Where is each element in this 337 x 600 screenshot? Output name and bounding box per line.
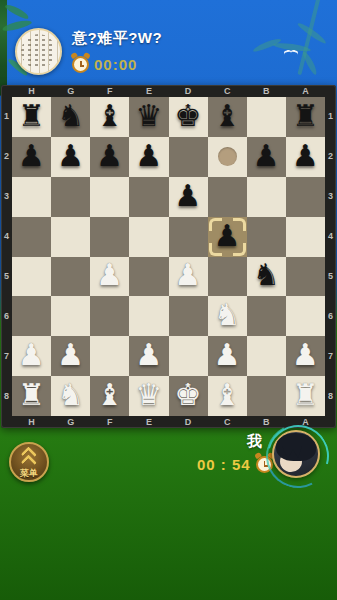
square-D1[interactable]: ♚ (169, 97, 208, 137)
square-E1[interactable]: ♛ (129, 97, 168, 137)
square-H3[interactable] (12, 177, 51, 217)
square-H1[interactable]: ♜ (12, 97, 51, 137)
square-G3[interactable] (51, 177, 90, 217)
piece-bB: ♝ (96, 101, 123, 131)
alarm-clock-icon (72, 56, 89, 73)
square-F4[interactable] (90, 217, 129, 257)
square-C7[interactable]: ♟ (208, 336, 247, 376)
piece-bP: ♟ (175, 181, 202, 211)
square-B8[interactable] (247, 376, 286, 416)
square-B5[interactable]: ♞ (247, 257, 286, 297)
square-C5[interactable] (208, 257, 247, 297)
square-C4[interactable]: ♟ (208, 217, 247, 257)
rank-label-left-3: 3 (1, 177, 12, 217)
square-A1[interactable]: ♜ (286, 97, 325, 137)
rank-label-right-4: 4 (325, 217, 336, 257)
square-E5[interactable] (129, 257, 168, 297)
piece-bP: ♟ (57, 141, 84, 171)
square-C8[interactable]: ♝ (208, 376, 247, 416)
square-A4[interactable] (286, 217, 325, 257)
square-G1[interactable]: ♞ (51, 97, 90, 137)
square-D5[interactable]: ♟ (169, 257, 208, 297)
file-label-top-F: F (90, 85, 129, 97)
piece-bP: ♟ (253, 141, 280, 171)
file-label-top-E: E (129, 85, 168, 97)
board-corner (325, 85, 336, 97)
piece-wR: ♜ (292, 380, 319, 410)
square-A7[interactable]: ♟ (286, 336, 325, 376)
square-C6[interactable]: ♞ (208, 296, 247, 336)
file-label-bottom-E: E (129, 416, 168, 428)
square-G8[interactable]: ♞ (51, 376, 90, 416)
piece-bR: ♜ (292, 101, 319, 131)
square-B7[interactable] (247, 336, 286, 376)
piece-wR: ♜ (18, 380, 45, 410)
square-E3[interactable] (129, 177, 168, 217)
square-E2[interactable]: ♟ (129, 137, 168, 177)
bamboo-leaf-decoration (4, 2, 30, 20)
square-B2[interactable]: ♟ (247, 137, 286, 177)
piece-bP: ♟ (292, 141, 319, 171)
square-C1[interactable]: ♝ (208, 97, 247, 137)
rank-label-left-5: 5 (1, 257, 12, 297)
player-label: 我 (247, 432, 262, 451)
rank-label-left-7: 7 (1, 336, 12, 376)
square-A5[interactable] (286, 257, 325, 297)
square-A3[interactable] (286, 177, 325, 217)
board-corner (1, 416, 12, 428)
piece-bB: ♝ (214, 101, 241, 131)
square-D2[interactable] (169, 137, 208, 177)
square-F8[interactable]: ♝ (90, 376, 129, 416)
bamboo-stalk-decoration (0, 0, 7, 96)
file-label-bottom-F: F (90, 416, 129, 428)
opponent-avatar[interactable] (15, 28, 62, 75)
piece-wN: ♞ (214, 300, 241, 330)
chess-board: HGFEDCBA1♜♞♝♛♚♝♜12♟♟♟♟♟♟23♟34♟45♟♟♞56♞67… (1, 85, 336, 428)
square-E4[interactable] (129, 217, 168, 257)
square-F2[interactable]: ♟ (90, 137, 129, 177)
square-G6[interactable] (51, 296, 90, 336)
rank-label-right-5: 5 (325, 257, 336, 297)
file-label-top-G: G (51, 85, 90, 97)
rank-label-left-8: 8 (1, 376, 12, 416)
highlight-corner (233, 243, 246, 256)
file-label-bottom-H: H (12, 416, 51, 428)
square-B6[interactable] (247, 296, 286, 336)
square-A6[interactable] (286, 296, 325, 336)
player-timer: 00 : 54 (197, 456, 251, 473)
square-G2[interactable]: ♟ (51, 137, 90, 177)
rank-label-left-4: 4 (1, 217, 12, 257)
piece-bP: ♟ (135, 141, 162, 171)
square-H6[interactable] (12, 296, 51, 336)
file-label-bottom-C: C (208, 416, 247, 428)
square-G5[interactable] (51, 257, 90, 297)
square-H8[interactable]: ♜ (12, 376, 51, 416)
rank-label-right-3: 3 (325, 177, 336, 217)
bird-icon (284, 48, 298, 56)
square-D6[interactable] (169, 296, 208, 336)
file-label-bottom-A: A (286, 416, 325, 428)
piece-wP: ♟ (135, 340, 162, 370)
square-F5[interactable]: ♟ (90, 257, 129, 297)
piece-wB: ♝ (214, 380, 241, 410)
piece-wP: ♟ (175, 260, 202, 290)
square-D4[interactable] (169, 217, 208, 257)
piece-wP: ♟ (214, 340, 241, 370)
square-D8[interactable]: ♚ (169, 376, 208, 416)
square-G4[interactable] (51, 217, 90, 257)
piece-bP: ♟ (96, 141, 123, 171)
board-corner (1, 85, 12, 97)
square-B3[interactable] (247, 177, 286, 217)
rank-label-right-6: 6 (325, 296, 336, 336)
square-F3[interactable] (90, 177, 129, 217)
square-B4[interactable] (247, 217, 286, 257)
rank-label-left-2: 2 (1, 137, 12, 177)
square-F6[interactable] (90, 296, 129, 336)
file-label-top-A: A (286, 85, 325, 97)
square-B1[interactable] (247, 97, 286, 137)
square-H7[interactable]: ♟ (12, 336, 51, 376)
piece-bR: ♜ (18, 101, 45, 131)
menu-button[interactable]: 菜单 (9, 442, 49, 482)
opponent-name: 意?难平?W? (72, 29, 162, 48)
square-H5[interactable] (12, 257, 51, 297)
piece-wP: ♟ (18, 340, 45, 370)
piece-bP: ♟ (18, 141, 45, 171)
opponent-timer: 00:00 (94, 56, 137, 73)
piece-wN: ♞ (57, 380, 84, 410)
highlight-corner (233, 218, 246, 231)
square-H2[interactable]: ♟ (12, 137, 51, 177)
highlight-corner (209, 243, 222, 256)
piece-wP: ♟ (57, 340, 84, 370)
board-corner (325, 416, 336, 428)
square-F7[interactable] (90, 336, 129, 376)
piece-wQ: ♛ (135, 380, 162, 410)
rank-label-left-6: 6 (1, 296, 12, 336)
highlight-corner (209, 218, 222, 231)
square-D3[interactable]: ♟ (169, 177, 208, 217)
square-H4[interactable] (12, 217, 51, 257)
square-F1[interactable]: ♝ (90, 97, 129, 137)
player-avatar[interactable] (272, 430, 320, 478)
square-C3[interactable] (208, 177, 247, 217)
square-E7[interactable]: ♟ (129, 336, 168, 376)
alarm-clock-icon (256, 456, 273, 473)
piece-wK: ♚ (175, 380, 202, 410)
rank-label-left-1: 1 (1, 97, 12, 137)
file-label-top-B: B (247, 85, 286, 97)
file-label-top-H: H (12, 85, 51, 97)
piece-bK: ♚ (175, 101, 202, 131)
square-A8[interactable]: ♜ (286, 376, 325, 416)
file-label-top-C: C (208, 85, 247, 97)
piece-wP: ♟ (96, 260, 123, 290)
piece-wB: ♝ (96, 380, 123, 410)
square-D7[interactable] (169, 336, 208, 376)
piece-bN: ♞ (253, 260, 280, 290)
square-C2[interactable] (208, 137, 247, 177)
file-label-bottom-D: D (169, 416, 208, 428)
rank-label-right-2: 2 (325, 137, 336, 177)
piece-bQ: ♛ (135, 101, 162, 131)
file-label-bottom-G: G (51, 416, 90, 428)
piece-bN: ♞ (57, 101, 84, 131)
square-E6[interactable] (129, 296, 168, 336)
file-label-bottom-B: B (247, 416, 286, 428)
square-A2[interactable]: ♟ (286, 137, 325, 177)
rank-label-right-7: 7 (325, 336, 336, 376)
square-G7[interactable]: ♟ (51, 336, 90, 376)
move-origin-dot (218, 147, 237, 166)
square-E8[interactable]: ♛ (129, 376, 168, 416)
rank-label-right-8: 8 (325, 376, 336, 416)
file-label-top-D: D (169, 85, 208, 97)
piece-wP: ♟ (292, 340, 319, 370)
rank-label-right-1: 1 (325, 97, 336, 137)
